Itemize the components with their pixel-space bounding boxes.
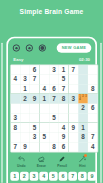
sudoku-cell[interactable]: 9 (20, 142, 30, 152)
sudoku-cell-selected[interactable]: 1234 (78, 94, 88, 104)
sudoku-cell[interactable]: 3 (69, 94, 79, 104)
sudoku-cell[interactable] (11, 65, 21, 75)
sudoku-cell[interactable] (88, 94, 98, 104)
sudoku-cell[interactable]: 4 (11, 75, 21, 85)
sudoku-cell[interactable]: 7 (59, 84, 69, 94)
sudoku-cell[interactable]: 4 (59, 123, 69, 133)
sudoku-cell[interactable]: 7 (49, 94, 59, 104)
sudoku-cell[interactable] (78, 84, 88, 94)
circle-button-1[interactable] (13, 44, 20, 51)
sudoku-cell[interactable]: 3 (30, 133, 40, 143)
pencil-button[interactable]: Pencil (57, 155, 67, 167)
sudoku-cell[interactable]: 9 (30, 94, 40, 104)
sudoku-cell[interactable]: 2 (20, 94, 30, 104)
sudoku-cell[interactable] (49, 104, 59, 114)
sudoku-cell[interactable] (40, 104, 50, 114)
sudoku-cell[interactable] (49, 123, 59, 133)
sudoku-cell[interactable]: 7 (69, 65, 79, 75)
sudoku-cell[interactable] (20, 104, 30, 114)
header-icon-row (13, 44, 46, 51)
sudoku-cell[interactable] (30, 113, 40, 123)
circle-button-3[interactable] (39, 44, 46, 51)
sudoku-cell[interactable]: 8 (49, 142, 59, 152)
sudoku-cell[interactable]: 8 (78, 133, 88, 143)
sudoku-cell[interactable] (40, 123, 50, 133)
side-card-edge-right (100, 43, 101, 183)
side-card-edge-left (1, 43, 2, 183)
numpad-button[interactable]: 4 (39, 172, 48, 181)
sudoku-cell[interactable]: 7 (11, 142, 21, 152)
numpad-button[interactable]: 7 (68, 172, 77, 181)
difficulty-label: Easy (13, 57, 23, 62)
erase-button[interactable]: Erase (37, 155, 46, 167)
sudoku-cell[interactable]: 8 (59, 94, 69, 104)
numpad-button[interactable]: 1 (10, 172, 19, 181)
status-bar: Easy 02:30 (13, 57, 90, 62)
sudoku-cell[interactable] (88, 123, 98, 133)
sudoku-cell[interactable]: 1 (59, 65, 69, 75)
numpad-button[interactable]: 2 (20, 172, 29, 181)
sudoku-cell[interactable] (20, 133, 30, 143)
sudoku-cell[interactable]: 7 (88, 133, 98, 143)
tool-label: Erase (37, 164, 46, 168)
sudoku-board: 6317437514678291783123426358549135987798… (10, 64, 98, 152)
circle-button-2[interactable] (26, 44, 33, 51)
sudoku-cell[interactable]: 1 (40, 94, 50, 104)
new-game-button[interactable]: NEW GAME (57, 43, 92, 52)
sudoku-cell[interactable]: 3 (11, 113, 21, 123)
sudoku-cell[interactable] (59, 113, 69, 123)
game-card: NEW GAME Easy 02:30 63174375146782917831… (6, 37, 97, 183)
sudoku-cell[interactable]: 6 (30, 65, 40, 75)
sudoku-cell[interactable]: 2 (78, 104, 88, 114)
sudoku-cell[interactable] (11, 84, 21, 94)
sudoku-cell[interactable] (30, 104, 40, 114)
sudoku-cell[interactable] (88, 65, 98, 75)
sudoku-cell[interactable] (69, 104, 79, 114)
sudoku-cell[interactable] (40, 75, 50, 85)
hint-badge (84, 154, 87, 157)
sudoku-cell[interactable]: 5 (59, 75, 69, 85)
sudoku-cell[interactable]: 4 (88, 142, 98, 152)
sudoku-cell[interactable] (88, 75, 98, 85)
sudoku-cell[interactable]: 5 (49, 113, 59, 123)
sudoku-cell[interactable]: 8 (88, 84, 98, 94)
sudoku-cell[interactable]: 4 (40, 84, 50, 94)
app-title: Simple Brain Game (0, 8, 103, 16)
numpad: 123456789 (10, 172, 96, 181)
sudoku-cell[interactable] (20, 123, 30, 133)
undo-arrow-icon (17, 155, 25, 163)
sudoku-cell[interactable] (69, 75, 79, 85)
numpad-button[interactable]: 8 (78, 172, 87, 181)
sudoku-cell[interactable] (49, 133, 59, 143)
numpad-button[interactable]: 3 (30, 172, 39, 181)
tool-label: Pencil (57, 164, 67, 168)
numpad-button[interactable]: 5 (49, 172, 58, 181)
sudoku-cell[interactable] (78, 65, 88, 75)
sudoku-cell[interactable] (69, 142, 79, 152)
sudoku-cell[interactable]: 6 (49, 84, 59, 94)
sudoku-cell[interactable] (69, 113, 79, 123)
sudoku-cell[interactable]: 9 (59, 133, 69, 143)
undo-button[interactable]: Undo (17, 155, 26, 167)
sudoku-cell[interactable] (30, 84, 40, 94)
hint-button[interactable]: Hint (78, 155, 86, 167)
sudoku-cell[interactable]: 6 (88, 104, 98, 114)
sudoku-cell[interactable]: 8 (11, 123, 21, 133)
sudoku-cell[interactable] (78, 142, 88, 152)
numpad-button[interactable]: 6 (59, 172, 68, 181)
sudoku-cell[interactable] (30, 142, 40, 152)
sudoku-cell[interactable] (11, 133, 21, 143)
sudoku-cell[interactable] (69, 84, 79, 94)
sudoku-cell[interactable] (78, 75, 88, 85)
sudoku-cell[interactable]: 3 (20, 75, 30, 85)
filled-circle-icon (40, 46, 44, 50)
sudoku-cell[interactable] (20, 113, 30, 123)
tool-label: Hint (79, 164, 85, 168)
sudoku-cell[interactable] (40, 142, 50, 152)
sudoku-cell[interactable]: 1 (78, 123, 88, 133)
ring-dot-icon (15, 47, 17, 49)
sudoku-cell[interactable] (11, 94, 21, 104)
sudoku-cell[interactable] (88, 113, 98, 123)
pencil-icon (58, 155, 66, 163)
sudoku-cell[interactable] (69, 133, 79, 143)
sudoku-cell[interactable] (49, 75, 59, 85)
sudoku-cell[interactable] (40, 113, 50, 123)
sudoku-cell[interactable]: 7 (30, 75, 40, 85)
sudoku-cell[interactable]: 3 (49, 65, 59, 75)
ring-dot-icon (28, 47, 30, 49)
sudoku-cell[interactable]: 1 (20, 84, 30, 94)
app-background: Simple Brain Game NEW GAME Easy 02:30 63… (0, 0, 103, 183)
numpad-button[interactable]: 9 (88, 172, 97, 181)
sudoku-cell[interactable]: 6 (59, 142, 69, 152)
sudoku-cell[interactable] (59, 104, 69, 114)
timer: 02:30 (79, 57, 90, 62)
sudoku-cell[interactable]: 9 (69, 123, 79, 133)
sudoku-cell[interactable] (40, 65, 50, 75)
sudoku-cell[interactable]: 5 (40, 133, 50, 143)
tool-label: Undo (17, 164, 26, 168)
sudoku-cell[interactable]: 5 (30, 123, 40, 133)
sudoku-cell[interactable] (11, 104, 21, 114)
sudoku-cell[interactable] (20, 65, 30, 75)
sudoku-cell[interactable] (78, 113, 88, 123)
pencil-notes: 1234 (78, 94, 87, 103)
toolbar: Undo Erase Pencil (11, 155, 92, 167)
eraser-icon (37, 155, 45, 163)
